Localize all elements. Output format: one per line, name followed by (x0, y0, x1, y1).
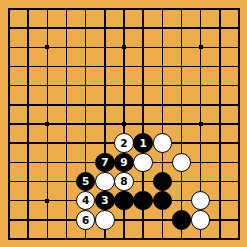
stone-black (172, 210, 192, 230)
stone-white (95, 172, 115, 192)
star-point (199, 122, 203, 126)
move-number-label: 5 (82, 176, 89, 187)
stone-black (133, 191, 153, 211)
stone-black-move-9: 9 (114, 153, 134, 173)
move-number-label: 2 (120, 137, 127, 148)
stone-white (95, 210, 115, 230)
star-point (122, 122, 126, 126)
go-board[interactable]: 217958436 (0, 0, 247, 247)
stone-black (114, 191, 134, 211)
move-number-label: 6 (82, 214, 89, 225)
stone-black (153, 172, 173, 192)
stone-white (191, 210, 211, 230)
stone-white-move-6: 6 (76, 210, 96, 230)
stone-white (133, 153, 153, 173)
stone-black-move-7: 7 (95, 153, 115, 173)
stone-white-move-4: 4 (76, 191, 96, 211)
stone-white (153, 133, 173, 153)
grid-line-vertical (181, 8, 183, 241)
star-point (45, 199, 49, 203)
move-number-label: 1 (140, 137, 147, 148)
grid-line-vertical (238, 8, 241, 241)
move-number-label: 9 (120, 157, 127, 168)
stone-white-move-2: 2 (114, 133, 134, 153)
star-point (199, 45, 203, 49)
stone-black-move-5: 5 (76, 172, 96, 192)
stone-white-move-8: 8 (114, 172, 134, 192)
star-point (122, 45, 126, 49)
star-point (45, 122, 49, 126)
move-number-label: 7 (101, 157, 108, 168)
stone-white (191, 191, 211, 211)
stone-black-move-3: 3 (95, 191, 115, 211)
move-number-label: 4 (82, 195, 89, 206)
star-point (45, 45, 49, 49)
grid-line-vertical (219, 8, 221, 241)
move-number-label: 8 (120, 176, 127, 187)
grid-line-horizontal (8, 238, 241, 241)
go-board-diagram: 217958436 (0, 0, 247, 247)
stone-white (172, 153, 192, 173)
stone-black (153, 191, 173, 211)
stone-black-move-1: 1 (133, 133, 153, 153)
move-number-label: 3 (101, 195, 108, 206)
